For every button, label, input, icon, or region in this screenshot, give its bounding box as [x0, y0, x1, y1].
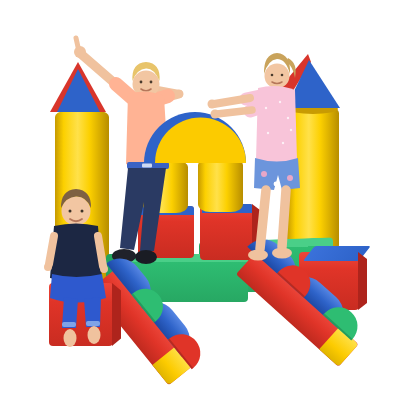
girl-standing — [198, 38, 324, 270]
photo-canvas — [0, 0, 416, 416]
cube-side-face — [358, 252, 367, 310]
boy-sitting-figure — [28, 178, 124, 358]
girl-figure — [198, 38, 324, 270]
boy-sitting — [28, 178, 124, 358]
